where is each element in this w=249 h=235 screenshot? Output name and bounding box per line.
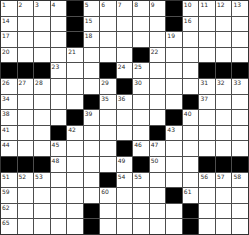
cell-r5c9[interactable]: 25	[133, 63, 149, 78]
cell-r4c4[interactable]	[51, 48, 67, 63]
cell-r9c12[interactable]	[183, 126, 199, 141]
clue-number-39: 39	[85, 110, 93, 117]
clue-number-59: 59	[2, 188, 10, 195]
cell-r6c10[interactable]	[150, 79, 166, 94]
cell-r3c11[interactable]: 19	[166, 32, 182, 47]
cell-r15c11[interactable]	[166, 219, 182, 234]
clue-number-17: 17	[2, 32, 10, 39]
cell-r8c12[interactable]: 40	[183, 110, 199, 125]
block-r5c14	[216, 63, 232, 78]
clue-number-53: 53	[35, 173, 43, 180]
cell-r11c5[interactable]	[67, 157, 83, 172]
cell-r1c13[interactable]: 11	[199, 1, 215, 16]
cell-r10c10[interactable]: 47	[150, 141, 166, 156]
cell-r10c7[interactable]	[100, 141, 116, 156]
cell-r7c10[interactable]	[150, 95, 166, 110]
cell-r13c14[interactable]	[216, 188, 232, 203]
cell-r3c9[interactable]	[133, 32, 149, 47]
clue-number-60: 60	[101, 188, 109, 195]
cell-r5c10[interactable]	[150, 63, 166, 78]
cell-r7c7[interactable]: 35	[100, 95, 116, 110]
cell-r4c13[interactable]	[199, 48, 215, 63]
cell-r4c7[interactable]	[100, 48, 116, 63]
block-r15c12	[183, 219, 199, 234]
cell-r1c6[interactable]: 5	[84, 1, 100, 16]
cell-r14c4[interactable]	[51, 204, 67, 219]
cell-r2c1[interactable]: 14	[1, 17, 17, 32]
cell-r7c2[interactable]	[18, 95, 34, 110]
clue-number-31: 31	[200, 79, 208, 86]
cell-r12c11[interactable]	[166, 173, 182, 188]
block-r4c9	[133, 48, 149, 63]
cell-r1c4[interactable]: 4	[51, 1, 67, 16]
cell-r11c4[interactable]: 48	[51, 157, 67, 172]
block-r5c3	[34, 63, 50, 78]
cell-r10c2[interactable]	[18, 141, 34, 156]
cell-r5c12[interactable]	[183, 63, 199, 78]
cell-r10c12[interactable]	[183, 141, 199, 156]
cell-r5c4[interactable]: 23	[51, 63, 67, 78]
cell-r14c9[interactable]	[133, 204, 149, 219]
cell-r6c5[interactable]	[67, 79, 83, 94]
cell-r6c13[interactable]: 31	[199, 79, 215, 94]
clue-number-2: 2	[19, 1, 23, 8]
cell-r3c13[interactable]	[199, 32, 215, 47]
clue-number-7: 7	[118, 1, 122, 8]
cell-r5c6[interactable]	[84, 63, 100, 78]
cell-r9c5[interactable]: 42	[67, 126, 83, 141]
cell-r1c2[interactable]: 2	[18, 1, 34, 16]
cell-r7c3[interactable]	[34, 95, 50, 110]
clue-number-62: 62	[2, 204, 10, 211]
cell-r3c12[interactable]	[183, 32, 199, 47]
cell-r7c1[interactable]: 34	[1, 95, 17, 110]
block-r15c6	[84, 219, 100, 234]
cell-r5c8[interactable]: 24	[117, 63, 133, 78]
cell-r6c6[interactable]	[84, 79, 100, 94]
clue-number-22: 22	[151, 48, 159, 55]
clue-number-49: 49	[118, 157, 126, 164]
cell-r6c1[interactable]: 26	[1, 79, 17, 94]
cell-r3c14[interactable]	[216, 32, 232, 47]
cell-r4c11[interactable]	[166, 48, 182, 63]
block-r14c6	[84, 204, 100, 219]
cell-r3c7[interactable]	[100, 32, 116, 47]
clue-number-8: 8	[134, 1, 138, 8]
block-r10c8	[117, 141, 133, 156]
cell-r9c7[interactable]	[100, 126, 116, 141]
cell-r13c5[interactable]	[67, 188, 83, 203]
cell-r8c8[interactable]	[117, 110, 133, 125]
block-r8c5	[67, 110, 83, 125]
cell-r4c1[interactable]: 20	[1, 48, 17, 63]
cell-r4c5[interactable]: 21	[67, 48, 83, 63]
cell-r6c4[interactable]	[51, 79, 67, 94]
cell-r9c2[interactable]	[18, 126, 34, 141]
cell-r4c6[interactable]	[84, 48, 100, 63]
cell-r14c13[interactable]	[199, 204, 215, 219]
cell-r13c3[interactable]	[34, 188, 50, 203]
cell-r1c10[interactable]: 9	[150, 1, 166, 16]
cell-r10c11[interactable]	[166, 141, 182, 156]
clue-number-21: 21	[68, 48, 76, 55]
cell-r10c15[interactable]	[232, 141, 248, 156]
cell-r1c3[interactable]: 3	[34, 1, 50, 16]
clue-number-47: 47	[151, 141, 159, 148]
clue-number-13: 13	[233, 1, 241, 8]
cell-r3c1[interactable]: 17	[1, 32, 17, 47]
cell-r7c13[interactable]: 37	[199, 95, 215, 110]
block-r11c14	[216, 157, 232, 172]
cell-r13c12[interactable]: 61	[183, 188, 199, 203]
clue-number-26: 26	[2, 79, 10, 86]
clue-number-3: 3	[35, 1, 39, 8]
clue-number-40: 40	[184, 110, 192, 117]
cell-r15c1[interactable]: 65	[1, 219, 17, 234]
cell-r10c3[interactable]	[34, 141, 50, 156]
cell-r8c14[interactable]	[216, 110, 232, 125]
clue-number-35: 35	[101, 95, 109, 102]
cell-r2c8[interactable]	[117, 17, 133, 32]
cell-r13c15[interactable]	[232, 188, 248, 203]
block-r11c1	[1, 157, 17, 172]
cell-r13c9[interactable]	[133, 188, 149, 203]
clue-number-65: 65	[2, 219, 10, 226]
clue-number-23: 23	[52, 63, 60, 70]
clue-number-14: 14	[2, 17, 10, 24]
block-r2c11	[166, 17, 182, 32]
cell-r2c10[interactable]	[150, 17, 166, 32]
block-r11c2	[18, 157, 34, 172]
cell-r14c1[interactable]: 62	[1, 204, 17, 219]
cell-r5c5[interactable]	[67, 63, 83, 78]
clue-number-52: 52	[19, 173, 27, 180]
crossword-grid: 1234567891011121314151617181920212223242…	[0, 0, 249, 235]
clue-number-57: 57	[217, 173, 225, 180]
cell-r9c13[interactable]	[199, 126, 215, 141]
cell-r2c3[interactable]	[34, 17, 50, 32]
block-r5c2	[18, 63, 34, 78]
cell-r14c8[interactable]	[117, 204, 133, 219]
clue-number-34: 34	[2, 95, 10, 102]
cell-r4c2[interactable]	[18, 48, 34, 63]
clue-number-51: 51	[2, 173, 10, 180]
block-r12c7	[100, 173, 116, 188]
cell-r2c12[interactable]: 16	[183, 17, 199, 32]
cell-r9c9[interactable]	[133, 126, 149, 141]
cell-r15c10[interactable]	[150, 219, 166, 234]
cell-r12c8[interactable]: 54	[117, 173, 133, 188]
cell-r9c14[interactable]	[216, 126, 232, 141]
clue-number-36: 36	[118, 95, 126, 102]
block-r1c11	[166, 1, 182, 16]
clue-number-44: 44	[2, 141, 10, 148]
cell-r10c4[interactable]: 45	[51, 141, 67, 156]
clue-number-9: 9	[151, 1, 155, 8]
cell-r7c4[interactable]	[51, 95, 67, 110]
cell-r4c3[interactable]	[34, 48, 50, 63]
cell-r10c5[interactable]	[67, 141, 83, 156]
clue-number-15: 15	[85, 17, 93, 24]
cell-r13c1[interactable]: 59	[1, 188, 17, 203]
clue-number-28: 28	[35, 79, 43, 86]
cell-r8c15[interactable]	[232, 110, 248, 125]
cell-r4c8[interactable]	[117, 48, 133, 63]
clue-number-58: 58	[233, 173, 241, 180]
cell-r2c6[interactable]: 15	[84, 17, 100, 32]
clue-number-6: 6	[101, 1, 105, 8]
cell-r11c11[interactable]	[166, 157, 182, 172]
cell-r12c12[interactable]	[183, 173, 199, 188]
cell-r8c2[interactable]	[18, 110, 34, 125]
clue-number-38: 38	[2, 110, 10, 117]
cell-r11c8[interactable]: 49	[117, 157, 133, 172]
cell-r8c9[interactable]	[133, 110, 149, 125]
cell-r1c12[interactable]: 10	[183, 1, 199, 16]
cell-r15c15[interactable]	[232, 219, 248, 234]
cell-r10c1[interactable]: 44	[1, 141, 17, 156]
cell-r15c7[interactable]	[100, 219, 116, 234]
cell-r6c2[interactable]: 27	[18, 79, 34, 94]
cell-r13c4[interactable]	[51, 188, 67, 203]
cell-r6c3[interactable]: 28	[34, 79, 50, 94]
cell-r1c8[interactable]: 7	[117, 1, 133, 16]
clue-number-29: 29	[101, 79, 109, 86]
cell-r2c9[interactable]	[133, 17, 149, 32]
clue-number-25: 25	[134, 63, 142, 70]
cell-r12c3[interactable]: 53	[34, 173, 50, 188]
cell-r2c2[interactable]	[18, 17, 34, 32]
cell-r6c7[interactable]: 29	[100, 79, 116, 94]
cell-r8c4[interactable]	[51, 110, 67, 125]
block-r5c15	[232, 63, 248, 78]
cell-r7c14[interactable]	[216, 95, 232, 110]
clue-number-48: 48	[52, 157, 60, 164]
cell-r14c10[interactable]	[150, 204, 166, 219]
cell-r15c3[interactable]	[34, 219, 50, 234]
cell-r8c7[interactable]	[100, 110, 116, 125]
cell-r11c12[interactable]	[183, 157, 199, 172]
cell-r15c2[interactable]	[18, 219, 34, 234]
clue-number-5: 5	[85, 1, 89, 8]
cell-r13c10[interactable]	[150, 188, 166, 203]
block-r5c13	[199, 63, 215, 78]
clue-number-55: 55	[134, 173, 142, 180]
cell-r8c13[interactable]	[199, 110, 215, 125]
cell-r8c10[interactable]	[150, 110, 166, 125]
cell-r6c14[interactable]: 32	[216, 79, 232, 94]
block-r1c5	[67, 1, 83, 16]
cell-r10c13[interactable]	[199, 141, 215, 156]
clue-number-20: 20	[2, 48, 10, 55]
cell-r9c3[interactable]	[34, 126, 50, 141]
cell-r8c6[interactable]: 39	[84, 110, 100, 125]
cell-r9c6[interactable]	[84, 126, 100, 141]
cell-r3c2[interactable]	[18, 32, 34, 47]
clue-number-50: 50	[151, 157, 159, 164]
clue-number-43: 43	[167, 126, 175, 133]
block-r6c8	[117, 79, 133, 94]
cell-r12c9[interactable]: 55	[133, 173, 149, 188]
cell-r14c5[interactable]	[67, 204, 83, 219]
cell-r12c15[interactable]: 58	[232, 173, 248, 188]
block-r7c12	[183, 95, 199, 110]
block-r5c1	[1, 63, 17, 78]
cell-r12c1[interactable]: 51	[1, 173, 17, 188]
clue-number-18: 18	[85, 32, 93, 39]
clue-number-33: 33	[233, 79, 241, 86]
cell-r12c4[interactable]	[51, 173, 67, 188]
cell-r12c5[interactable]	[67, 173, 83, 188]
clue-number-41: 41	[2, 126, 10, 133]
cell-r12c6[interactable]	[84, 173, 100, 188]
cell-r4c15[interactable]	[232, 48, 248, 63]
cell-r14c3[interactable]	[34, 204, 50, 219]
clue-number-54: 54	[118, 173, 126, 180]
cell-r15c14[interactable]	[216, 219, 232, 234]
block-r13c11	[166, 188, 182, 203]
cell-r1c15[interactable]: 13	[232, 1, 248, 16]
cell-r9c15[interactable]	[232, 126, 248, 141]
cell-r12c13[interactable]: 56	[199, 173, 215, 188]
cell-r15c8[interactable]	[117, 219, 133, 234]
clue-number-12: 12	[217, 1, 225, 8]
cell-r13c13[interactable]	[199, 188, 215, 203]
block-r11c3	[34, 157, 50, 172]
clue-number-56: 56	[200, 173, 208, 180]
block-r8c11	[166, 110, 182, 125]
clue-number-37: 37	[200, 95, 208, 102]
cell-r11c10[interactable]: 50	[150, 157, 166, 172]
clue-number-1: 1	[2, 1, 6, 8]
clue-number-10: 10	[184, 1, 192, 8]
cell-r15c5[interactable]	[67, 219, 83, 234]
clue-number-27: 27	[19, 79, 27, 86]
clue-number-4: 4	[52, 1, 56, 8]
cell-r15c13[interactable]	[199, 219, 215, 234]
cell-r7c9[interactable]	[133, 95, 149, 110]
cell-r15c4[interactable]	[51, 219, 67, 234]
cell-r14c11[interactable]	[166, 204, 182, 219]
cell-r1c1[interactable]: 1	[1, 1, 17, 16]
block-r14c12	[183, 204, 199, 219]
cell-r14c2[interactable]	[18, 204, 34, 219]
cell-r5c11[interactable]	[166, 63, 182, 78]
cell-r4c10[interactable]: 22	[150, 48, 166, 63]
cell-r3c8[interactable]	[117, 32, 133, 47]
clue-number-30: 30	[134, 79, 142, 86]
cell-r15c9[interactable]	[133, 219, 149, 234]
cell-r14c14[interactable]	[216, 204, 232, 219]
cell-r13c2[interactable]	[18, 188, 34, 203]
clue-number-16: 16	[184, 17, 192, 24]
cell-r13c8[interactable]	[117, 188, 133, 203]
block-r5c7	[100, 63, 116, 78]
clue-number-11: 11	[200, 1, 208, 8]
cell-r13c7[interactable]: 60	[100, 188, 116, 203]
clue-number-46: 46	[134, 141, 142, 148]
clue-number-19: 19	[167, 32, 175, 39]
block-r11c9	[133, 157, 149, 172]
cell-r12c2[interactable]: 52	[18, 173, 34, 188]
clue-number-42: 42	[68, 126, 76, 133]
block-r11c13	[199, 157, 215, 172]
block-r9c4	[51, 126, 67, 141]
cell-r2c7[interactable]	[100, 17, 116, 32]
block-r9c10	[150, 126, 166, 141]
cell-r12c14[interactable]: 57	[216, 173, 232, 188]
cell-r4c14[interactable]	[216, 48, 232, 63]
cell-r3c4[interactable]	[51, 32, 67, 47]
block-r11c15	[232, 157, 248, 172]
cell-r3c10[interactable]	[150, 32, 166, 47]
cell-r13c6[interactable]	[84, 188, 100, 203]
cell-r12c10[interactable]	[150, 173, 166, 188]
cell-r7c11[interactable]	[166, 95, 182, 110]
cell-r3c3[interactable]	[34, 32, 50, 47]
clue-number-61: 61	[184, 188, 192, 195]
cell-r2c13[interactable]	[199, 17, 215, 32]
clue-number-45: 45	[52, 141, 60, 148]
cell-r10c6[interactable]	[84, 141, 100, 156]
cell-r7c15[interactable]	[232, 95, 248, 110]
cell-r6c12[interactable]	[183, 79, 199, 94]
cell-r9c1[interactable]: 41	[1, 126, 17, 141]
cell-r3c6[interactable]: 18	[84, 32, 100, 47]
cell-r6c9[interactable]: 30	[133, 79, 149, 94]
cell-r6c11[interactable]	[166, 79, 182, 94]
cell-r14c15[interactable]	[232, 204, 248, 219]
cell-r1c7[interactable]: 6	[100, 1, 116, 16]
clue-number-24: 24	[118, 63, 126, 70]
block-r2c5	[67, 17, 83, 32]
cell-r14c7[interactable]	[100, 204, 116, 219]
cell-r8c3[interactable]	[34, 110, 50, 125]
cell-r2c15[interactable]	[232, 17, 248, 32]
cell-r2c14[interactable]	[216, 17, 232, 32]
block-r7c6	[84, 95, 100, 110]
cell-r11c7[interactable]	[100, 157, 116, 172]
cell-r7c8[interactable]: 36	[117, 95, 133, 110]
cell-r6c15[interactable]: 33	[232, 79, 248, 94]
block-r3c5	[67, 32, 83, 47]
cell-r9c8[interactable]	[117, 126, 133, 141]
cell-r7c5[interactable]	[67, 95, 83, 110]
cell-r1c14[interactable]: 12	[216, 1, 232, 16]
cell-r1c9[interactable]: 8	[133, 1, 149, 16]
clue-number-32: 32	[217, 79, 225, 86]
cell-r4c12[interactable]	[183, 48, 199, 63]
cell-r3c15[interactable]	[232, 32, 248, 47]
cell-r10c9[interactable]: 46	[133, 141, 149, 156]
cell-r8c1[interactable]: 38	[1, 110, 17, 125]
cell-r2c4[interactable]	[51, 17, 67, 32]
cell-r10c14[interactable]	[216, 141, 232, 156]
cell-r11c6[interactable]	[84, 157, 100, 172]
cell-r9c11[interactable]: 43	[166, 126, 182, 141]
